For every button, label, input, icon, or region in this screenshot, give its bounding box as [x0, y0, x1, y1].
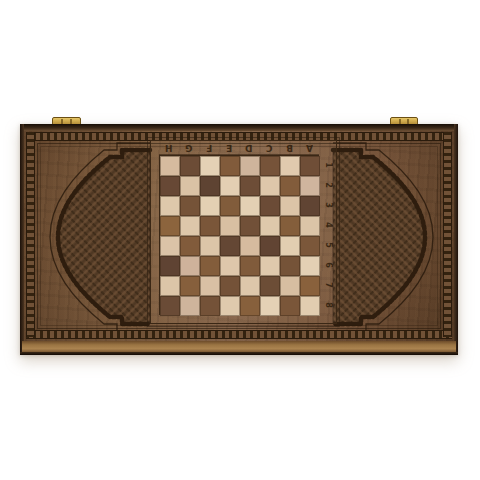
board-square	[160, 156, 180, 176]
file-label: F	[199, 141, 219, 154]
lid-top-edge	[20, 124, 458, 131]
rank-labels-column: 12345678	[321, 155, 334, 315]
board-square	[240, 176, 260, 196]
board-square	[260, 236, 280, 256]
board-square	[180, 196, 200, 216]
rank-label: 8	[321, 295, 334, 315]
board-square	[200, 176, 220, 196]
file-label: G	[179, 141, 199, 154]
board-square	[160, 276, 180, 296]
board-square	[280, 216, 300, 236]
board-square	[160, 176, 180, 196]
board-square	[260, 216, 280, 236]
board-square	[220, 196, 240, 216]
file-label: A	[299, 141, 319, 154]
lid-bottom-edge	[20, 352, 458, 355]
board-square	[160, 296, 180, 316]
rank-label: 7	[321, 275, 334, 295]
chessboard-panel: HGFEDCBA 12345678	[150, 140, 337, 324]
board-square	[260, 276, 280, 296]
file-label: E	[219, 141, 239, 154]
board-square	[160, 216, 180, 236]
file-label: B	[279, 141, 299, 154]
board-square	[180, 276, 200, 296]
board-square	[300, 196, 320, 216]
board-square	[280, 156, 300, 176]
rank-label: 1	[321, 155, 334, 175]
rank-label: 5	[321, 235, 334, 255]
board-square	[280, 196, 300, 216]
board-square	[300, 276, 320, 296]
board-square	[300, 256, 320, 276]
file-label: H	[159, 141, 179, 154]
board-square	[220, 176, 240, 196]
board-square	[260, 176, 280, 196]
board-square	[200, 156, 220, 176]
board-square	[180, 156, 200, 176]
board-square	[300, 236, 320, 256]
board-square	[280, 256, 300, 276]
board-square	[300, 296, 320, 316]
rope-border-left	[26, 132, 35, 337]
board-square	[200, 256, 220, 276]
board-square	[240, 276, 260, 296]
board-square	[200, 196, 220, 216]
lid-right-edge	[454, 124, 458, 355]
board-square	[160, 236, 180, 256]
board-square	[260, 156, 280, 176]
board-square	[200, 236, 220, 256]
board-square	[260, 296, 280, 316]
rank-label: 2	[321, 175, 334, 195]
board-square	[160, 256, 180, 276]
board-square	[240, 156, 260, 176]
board-square	[180, 256, 200, 276]
rope-border-right	[443, 132, 452, 337]
board-square	[220, 296, 240, 316]
board-square	[220, 236, 240, 256]
board-square	[200, 296, 220, 316]
board-square	[180, 216, 200, 236]
board-square	[240, 236, 260, 256]
chess-board	[159, 155, 319, 315]
board-square	[280, 236, 300, 256]
board-square	[200, 276, 220, 296]
board-square	[300, 156, 320, 176]
board-square	[280, 276, 300, 296]
board-square	[220, 156, 240, 176]
board-square	[260, 256, 280, 276]
board-square	[200, 216, 220, 236]
board-square	[180, 176, 200, 196]
rank-label: 3	[321, 195, 334, 215]
board-square	[160, 196, 180, 216]
board-square	[280, 296, 300, 316]
rank-label: 4	[321, 215, 334, 235]
board-square	[240, 296, 260, 316]
rank-label: 6	[321, 255, 334, 275]
board-square	[220, 256, 240, 276]
file-labels-row: HGFEDCBA	[159, 141, 319, 155]
left-arch-ornament	[50, 143, 150, 331]
lid-bottom-bevel	[22, 341, 456, 352]
rope-border-bottom	[26, 330, 452, 339]
board-square	[220, 216, 240, 236]
board-square	[220, 276, 240, 296]
board-square	[300, 216, 320, 236]
right-arch-ornament	[333, 143, 433, 331]
wooden-case-lid: HGFEDCBA 12345678	[20, 124, 458, 355]
board-square	[240, 196, 260, 216]
board-square	[260, 196, 280, 216]
board-square	[240, 216, 260, 236]
board-square	[300, 176, 320, 196]
board-square	[180, 296, 200, 316]
product-photo-backgammon-chess-case: HGFEDCBA 12345678	[0, 0, 480, 480]
file-label: D	[239, 141, 259, 154]
lid-left-edge	[20, 124, 24, 355]
board-square	[240, 256, 260, 276]
board-square	[280, 176, 300, 196]
board-square	[180, 236, 200, 256]
file-label: C	[259, 141, 279, 154]
